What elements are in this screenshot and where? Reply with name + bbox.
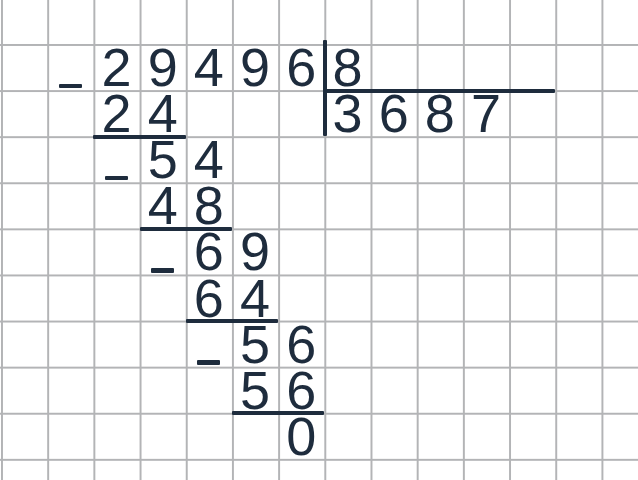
digit-cell-r1c6: 6 — [278, 44, 324, 90]
subtraction-underline-56 — [232, 411, 324, 415]
digit-cell-r1c5: 9 — [232, 44, 278, 90]
digit-cell-r8c5: 5 — [232, 367, 278, 413]
subtraction-underline-48 — [140, 227, 232, 231]
division-bracket-horizontal-line — [324, 89, 555, 93]
digit-cell-r2c9: 8 — [417, 90, 463, 136]
digit-cell-r4c3: 4 — [140, 182, 186, 228]
digit-cell-r1c4: 4 — [186, 44, 232, 90]
minus-sign — [59, 84, 82, 89]
digit-cell-r2c2: 2 — [93, 90, 139, 136]
subtraction-underline-64 — [186, 319, 278, 323]
digit-cell-r2c7: 3 — [324, 90, 370, 136]
digit-cell-r2c8: 6 — [371, 90, 417, 136]
squared-paper-sheet: 2949682436875448696456560 — [0, 0, 638, 480]
subtraction-underline-24 — [93, 135, 185, 139]
minus-sign — [105, 176, 128, 181]
digit-cell-r6c4: 6 — [186, 275, 232, 321]
minus-sign — [151, 268, 174, 273]
digit-cell-r9c6: 0 — [278, 413, 324, 459]
digit-cell-r2c10: 7 — [463, 90, 509, 136]
minus-sign — [197, 360, 220, 365]
